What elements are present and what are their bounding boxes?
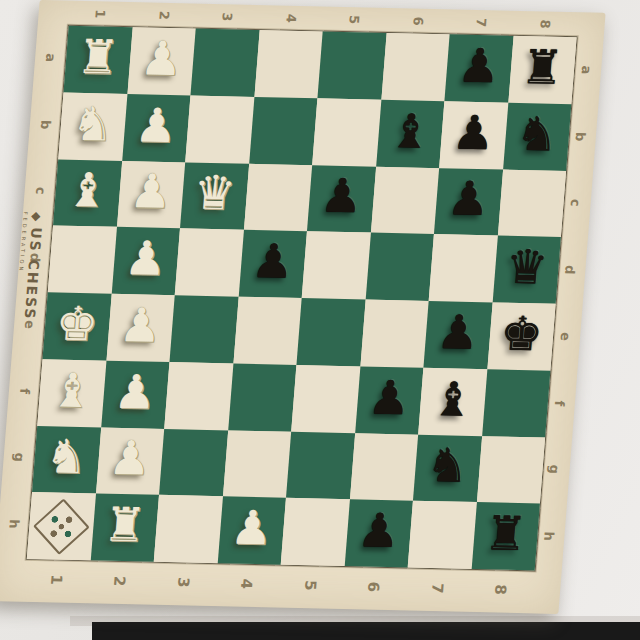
square-c4[interactable] <box>243 163 312 231</box>
white-pawn-c2[interactable]: ♟ <box>128 168 174 216</box>
white-bishop-f1[interactable]: ♝ <box>49 366 95 414</box>
rank-label-8: 8 <box>467 570 533 609</box>
board-grid: ♜♟♟♜♞♟♝♟♞♝♟♛♟♟♟♟♛♚♟♟♚♝♟♟♝♞♟♞♜♟♟♜ <box>26 25 578 572</box>
file-label-g: g <box>3 424 35 491</box>
file-label-b: b <box>29 91 61 158</box>
rank-label-2: 2 <box>86 561 152 600</box>
black-knight-b8[interactable]: ♞ <box>514 110 560 158</box>
square-b6[interactable]: ♝ <box>376 100 445 168</box>
square-a1[interactable]: ♜ <box>64 26 133 94</box>
white-pawn-h4[interactable]: ♟ <box>229 504 275 552</box>
square-a4[interactable] <box>254 30 323 98</box>
square-a8[interactable]: ♜ <box>508 36 577 104</box>
square-c6[interactable] <box>370 166 439 234</box>
black-pawn-h6[interactable]: ♟ <box>356 507 402 555</box>
square-b3[interactable] <box>185 95 254 163</box>
table-edge <box>92 622 640 640</box>
square-c3[interactable]: ♛ <box>180 162 249 230</box>
square-a6[interactable] <box>381 33 450 101</box>
square-h7[interactable] <box>408 501 477 569</box>
rank-label-1: 1 <box>68 2 133 25</box>
square-e8[interactable]: ♚ <box>487 302 556 370</box>
square-c7[interactable]: ♟ <box>434 168 503 236</box>
square-c2[interactable]: ♟ <box>117 160 186 228</box>
white-pawn-f2[interactable]: ♟ <box>112 367 158 415</box>
white-rook-a1[interactable]: ♜ <box>75 33 121 81</box>
rank-label-5: 5 <box>277 566 343 605</box>
black-pawn-e7[interactable]: ♟ <box>435 308 481 356</box>
white-pawn-b2[interactable]: ♟ <box>133 101 179 149</box>
square-g3[interactable] <box>159 428 228 496</box>
square-a2[interactable]: ♟ <box>127 27 196 95</box>
rank-label-6: 6 <box>385 9 450 32</box>
white-pawn-a2[interactable]: ♟ <box>139 34 185 82</box>
square-e6[interactable] <box>360 299 429 367</box>
black-pawn-f6[interactable]: ♟ <box>366 373 412 421</box>
rank-label-4: 4 <box>258 6 323 29</box>
white-rook-h2[interactable]: ♜ <box>102 501 148 549</box>
square-a7[interactable]: ♟ <box>444 34 513 102</box>
file-label-a: a <box>35 24 67 91</box>
square-d4[interactable]: ♟ <box>238 230 307 298</box>
us-chess-corner-crest <box>33 498 90 554</box>
rank-label-6: 6 <box>340 567 406 606</box>
square-g5[interactable] <box>286 431 355 499</box>
square-h2[interactable]: ♜ <box>90 494 159 562</box>
rank-label-5: 5 <box>322 7 387 30</box>
square-g7[interactable]: ♞ <box>413 434 482 502</box>
square-c5[interactable]: ♟ <box>307 165 376 233</box>
white-pawn-d2[interactable]: ♟ <box>123 234 169 282</box>
square-d6[interactable] <box>365 233 434 301</box>
white-queen-c3[interactable]: ♛ <box>192 169 238 217</box>
rank-label-1: 1 <box>23 560 89 599</box>
square-d8[interactable]: ♛ <box>492 236 561 304</box>
square-b8[interactable]: ♞ <box>503 102 572 170</box>
black-rook-a8[interactable]: ♜ <box>520 43 566 91</box>
square-b7[interactable]: ♟ <box>439 101 508 169</box>
square-b2[interactable]: ♟ <box>122 94 191 162</box>
square-h5[interactable] <box>281 498 350 566</box>
square-h8[interactable]: ♜ <box>471 502 540 570</box>
square-b4[interactable] <box>249 97 318 165</box>
rank-label-2: 2 <box>131 3 196 26</box>
square-f1[interactable]: ♝ <box>37 359 106 427</box>
white-bishop-c1[interactable]: ♝ <box>65 166 111 214</box>
square-d3[interactable] <box>175 229 244 297</box>
square-f3[interactable] <box>164 362 233 430</box>
white-knight-g1[interactable]: ♞ <box>44 433 90 481</box>
black-pawn-d4[interactable]: ♟ <box>250 237 296 285</box>
rank-label-3: 3 <box>195 5 260 28</box>
black-bishop-b6[interactable]: ♝ <box>387 107 433 155</box>
black-knight-g7[interactable]: ♞ <box>425 441 471 489</box>
rank-label-7: 7 <box>449 10 514 33</box>
square-e2[interactable]: ♟ <box>106 294 175 362</box>
square-g8[interactable] <box>476 436 545 504</box>
square-f6[interactable]: ♟ <box>355 366 424 434</box>
square-g4[interactable] <box>222 430 291 498</box>
chess-board: 12345678 12345678 abcdefgh abcdefgh ◆US … <box>0 0 606 614</box>
white-king-e1[interactable]: ♚ <box>54 299 100 347</box>
black-rook-h8[interactable]: ♜ <box>483 509 529 557</box>
square-d5[interactable] <box>302 231 371 299</box>
square-h4[interactable]: ♟ <box>217 497 286 565</box>
white-pawn-g2[interactable]: ♟ <box>107 434 153 482</box>
rank-label-3: 3 <box>150 563 216 602</box>
square-c8[interactable] <box>497 169 566 237</box>
square-g1[interactable]: ♞ <box>32 426 101 494</box>
file-label-f: f <box>8 357 40 424</box>
square-f5[interactable] <box>291 365 360 433</box>
rank-label-8: 8 <box>512 12 577 35</box>
square-b5[interactable] <box>312 98 381 166</box>
square-d7[interactable] <box>429 234 498 302</box>
rank-label-7: 7 <box>404 569 470 608</box>
square-e3[interactable] <box>169 295 238 363</box>
square-e5[interactable] <box>296 298 365 366</box>
square-e4[interactable] <box>233 297 302 365</box>
square-e1[interactable]: ♚ <box>43 292 112 360</box>
square-h6[interactable]: ♟ <box>344 499 413 567</box>
black-pawn-a7[interactable]: ♟ <box>456 41 502 89</box>
square-h1[interactable] <box>27 492 96 560</box>
square-f7[interactable]: ♝ <box>418 368 487 436</box>
square-c1[interactable]: ♝ <box>53 159 122 227</box>
black-bishop-f7[interactable]: ♝ <box>430 375 476 423</box>
us-chess-diamond-icon: ◆ <box>29 212 44 224</box>
black-pawn-c5[interactable]: ♟ <box>319 172 365 220</box>
square-g6[interactable] <box>349 433 418 501</box>
square-a3[interactable] <box>190 29 259 97</box>
square-a5[interactable] <box>317 31 386 99</box>
black-queen-d8[interactable]: ♛ <box>504 243 550 291</box>
square-h3[interactable] <box>154 495 223 563</box>
square-b1[interactable]: ♞ <box>58 92 127 160</box>
square-f4[interactable] <box>228 363 297 431</box>
square-d1[interactable] <box>48 226 117 294</box>
white-pawn-e2[interactable]: ♟ <box>118 301 164 349</box>
square-d2[interactable]: ♟ <box>111 227 180 295</box>
black-pawn-b7[interactable]: ♟ <box>451 108 497 156</box>
black-pawn-c7[interactable]: ♟ <box>446 175 492 223</box>
square-f8[interactable] <box>482 369 551 437</box>
square-f2[interactable]: ♟ <box>101 360 170 428</box>
black-king-e8[interactable]: ♚ <box>499 309 545 357</box>
square-e7[interactable]: ♟ <box>423 301 492 369</box>
square-g2[interactable]: ♟ <box>96 427 165 495</box>
rank-label-4: 4 <box>213 564 279 603</box>
white-knight-b1[interactable]: ♞ <box>70 99 116 147</box>
